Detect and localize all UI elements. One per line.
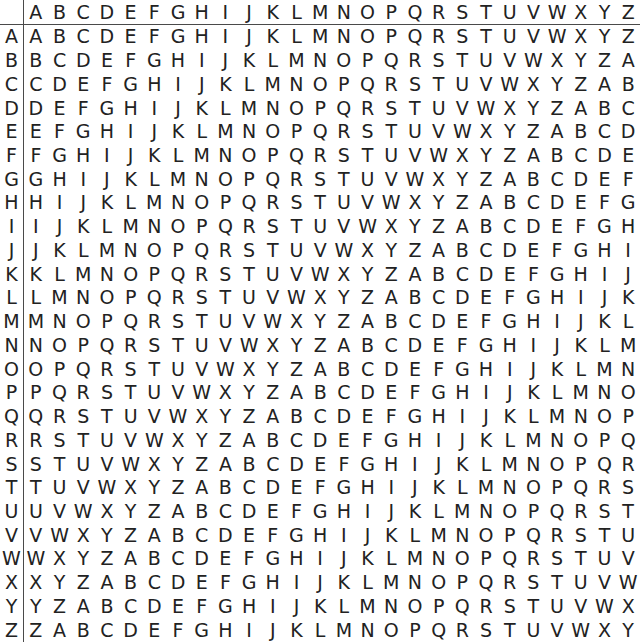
table-cell: O bbox=[308, 72, 332, 96]
table-cell: B bbox=[119, 571, 143, 595]
table-cell: G bbox=[142, 49, 166, 73]
column-header-cell: N bbox=[332, 0, 356, 25]
table-cell: L bbox=[522, 405, 546, 429]
table-cell: Y bbox=[237, 381, 261, 405]
table-cell: E bbox=[522, 239, 546, 263]
table-cell: Y bbox=[427, 191, 451, 215]
table-cell: G bbox=[474, 334, 498, 358]
table-cell: B bbox=[332, 357, 356, 381]
table-cell: M bbox=[142, 191, 166, 215]
table-cell: B bbox=[379, 310, 403, 334]
table-cell: N bbox=[166, 191, 190, 215]
table-cell: U bbox=[356, 167, 380, 191]
table-cell: X bbox=[379, 215, 403, 239]
table-cell: D bbox=[616, 120, 640, 144]
table-cell: F bbox=[379, 405, 403, 429]
tabula-recta-board: ABCDEFGHIJKLMNOPQRSTUVWXYZAABCDEFGHIJKLM… bbox=[0, 0, 640, 642]
table-cell: Q bbox=[545, 500, 569, 524]
table-cell: E bbox=[474, 286, 498, 310]
table-cell: E bbox=[261, 500, 285, 524]
table-cell: V bbox=[71, 476, 95, 500]
table-cell: Z bbox=[71, 571, 95, 595]
table-cell: J bbox=[545, 334, 569, 358]
table-cell: J bbox=[593, 286, 617, 310]
table-cell: Q bbox=[450, 595, 474, 619]
table-cell: A bbox=[332, 334, 356, 358]
table-cell: M bbox=[119, 215, 143, 239]
table-cell: R bbox=[285, 167, 309, 191]
table-cell: K bbox=[166, 120, 190, 144]
table-cell: J bbox=[403, 476, 427, 500]
table-cell: Q bbox=[142, 286, 166, 310]
table-cell: L bbox=[71, 239, 95, 263]
table-cell: V bbox=[24, 523, 48, 547]
table-cell: O bbox=[403, 595, 427, 619]
column-header-cell: C bbox=[71, 0, 95, 25]
table-cell: F bbox=[545, 239, 569, 263]
table-cell: E bbox=[616, 144, 640, 168]
table-cell: D bbox=[166, 571, 190, 595]
table-cell: A bbox=[450, 215, 474, 239]
table-cell: A bbox=[95, 571, 119, 595]
table-cell: C bbox=[450, 262, 474, 286]
table-cell: X bbox=[403, 191, 427, 215]
table-cell: C bbox=[522, 191, 546, 215]
table-cell: N bbox=[593, 381, 617, 405]
table-cell: X bbox=[593, 618, 617, 642]
table-cell: O bbox=[261, 120, 285, 144]
table-cell: C bbox=[427, 286, 451, 310]
column-header-cell: S bbox=[450, 0, 474, 25]
table-cell: N bbox=[308, 49, 332, 73]
table-cell: D bbox=[95, 25, 119, 49]
table-cell: N bbox=[522, 452, 546, 476]
table-cell: F bbox=[285, 500, 309, 524]
table-cell: C bbox=[261, 452, 285, 476]
table-cell: G bbox=[237, 571, 261, 595]
table-cell: X bbox=[569, 25, 593, 49]
table-cell: O bbox=[214, 167, 238, 191]
table-cell: T bbox=[237, 262, 261, 286]
table-cell: W bbox=[48, 523, 72, 547]
table-cell: P bbox=[190, 215, 214, 239]
table-cell: Q bbox=[285, 144, 309, 168]
table-cell: Z bbox=[427, 215, 451, 239]
table-cell: Y bbox=[522, 96, 546, 120]
table-cell: E bbox=[142, 618, 166, 642]
table-cell: N bbox=[119, 239, 143, 263]
table-cell: S bbox=[166, 310, 190, 334]
table-cell: V bbox=[190, 357, 214, 381]
table-cell: B bbox=[142, 547, 166, 571]
table-cell: T bbox=[498, 618, 522, 642]
table-cell: B bbox=[522, 167, 546, 191]
table-cell: B bbox=[285, 405, 309, 429]
table-cell: I bbox=[95, 144, 119, 168]
table-cell: J bbox=[427, 452, 451, 476]
table-cell: H bbox=[545, 286, 569, 310]
column-header-cell: O bbox=[356, 0, 380, 25]
table-cell: G bbox=[356, 452, 380, 476]
table-cell: P bbox=[308, 96, 332, 120]
table-cell: Z bbox=[593, 49, 617, 73]
table-cell: O bbox=[332, 49, 356, 73]
table-cell: D bbox=[522, 215, 546, 239]
table-cell: I bbox=[593, 262, 617, 286]
table-cell: O bbox=[356, 25, 380, 49]
table-cell: X bbox=[48, 547, 72, 571]
table-cell: R bbox=[332, 120, 356, 144]
table-cell: H bbox=[142, 72, 166, 96]
row-header-cell: L bbox=[0, 286, 24, 310]
table-cell: I bbox=[261, 595, 285, 619]
table-cell: T bbox=[616, 500, 640, 524]
table-cell: S bbox=[142, 334, 166, 358]
table-cell: H bbox=[24, 191, 48, 215]
table-cell: A bbox=[356, 310, 380, 334]
table-cell: X bbox=[166, 428, 190, 452]
table-cell: L bbox=[332, 595, 356, 619]
table-cell: F bbox=[71, 96, 95, 120]
table-cell: X bbox=[427, 167, 451, 191]
table-cell: Z bbox=[190, 452, 214, 476]
table-cell: W bbox=[498, 72, 522, 96]
table-cell: T bbox=[214, 286, 238, 310]
table-cell: E bbox=[308, 452, 332, 476]
table-cell: P bbox=[119, 286, 143, 310]
table-cell: W bbox=[379, 191, 403, 215]
table-cell: C bbox=[403, 310, 427, 334]
row-header-cell: M bbox=[0, 310, 24, 334]
table-cell: N bbox=[427, 547, 451, 571]
table-cell: H bbox=[214, 618, 238, 642]
table-cell: Y bbox=[214, 405, 238, 429]
table-cell: T bbox=[593, 523, 617, 547]
column-header-cell: T bbox=[474, 0, 498, 25]
table-cell: H bbox=[285, 547, 309, 571]
table-cell: N bbox=[379, 595, 403, 619]
table-cell: N bbox=[71, 286, 95, 310]
table-cell: K bbox=[498, 405, 522, 429]
table-cell: A bbox=[119, 547, 143, 571]
table-cell: J bbox=[332, 547, 356, 571]
table-cell: E bbox=[427, 334, 451, 358]
table-cell: Y bbox=[569, 49, 593, 73]
table-cell: F bbox=[332, 452, 356, 476]
table-cell: X bbox=[119, 476, 143, 500]
table-cell: L bbox=[498, 428, 522, 452]
column-header-cell: R bbox=[427, 0, 451, 25]
table-cell: W bbox=[71, 500, 95, 524]
table-cell: O bbox=[569, 428, 593, 452]
table-cell: L bbox=[190, 120, 214, 144]
table-cell: M bbox=[24, 310, 48, 334]
table-cell: D bbox=[356, 381, 380, 405]
row-header-cell: N bbox=[0, 334, 24, 358]
table-cell: C bbox=[166, 547, 190, 571]
table-cell: J bbox=[569, 310, 593, 334]
table-cell: M bbox=[48, 286, 72, 310]
table-cell: D bbox=[119, 618, 143, 642]
table-cell: B bbox=[166, 523, 190, 547]
table-cell: T bbox=[522, 595, 546, 619]
table-cell: V bbox=[308, 239, 332, 263]
table-cell: Z bbox=[616, 25, 640, 49]
table-cell: U bbox=[569, 571, 593, 595]
table-cell: A bbox=[474, 191, 498, 215]
table-cell: Z bbox=[95, 547, 119, 571]
table-cell: M bbox=[403, 547, 427, 571]
table-cell: S bbox=[285, 191, 309, 215]
table-cell: I bbox=[616, 239, 640, 263]
table-cell: E bbox=[95, 49, 119, 73]
table-cell: F bbox=[261, 523, 285, 547]
table-cell: M bbox=[522, 428, 546, 452]
table-cell: T bbox=[474, 25, 498, 49]
table-cell: S bbox=[214, 262, 238, 286]
table-cell: A bbox=[48, 618, 72, 642]
table-cell: F bbox=[450, 334, 474, 358]
table-cell: K bbox=[593, 310, 617, 334]
table-cell: D bbox=[403, 334, 427, 358]
row-header-cell: J bbox=[0, 239, 24, 263]
table-cell: R bbox=[214, 239, 238, 263]
table-cell: W bbox=[450, 120, 474, 144]
table-cell: Y bbox=[190, 428, 214, 452]
table-cell: I bbox=[142, 96, 166, 120]
table-cell: M bbox=[569, 381, 593, 405]
table-cell: Q bbox=[474, 571, 498, 595]
table-cell: P bbox=[285, 120, 309, 144]
table-cell: Q bbox=[332, 96, 356, 120]
table-cell: V bbox=[427, 120, 451, 144]
table-cell: T bbox=[95, 405, 119, 429]
table-cell: R bbox=[593, 476, 617, 500]
table-cell: V bbox=[379, 167, 403, 191]
column-header-cell: I bbox=[214, 0, 238, 25]
table-cell: G bbox=[545, 262, 569, 286]
table-cell: N bbox=[24, 334, 48, 358]
table-cell: T bbox=[166, 334, 190, 358]
table-cell: L bbox=[142, 167, 166, 191]
table-cell: U bbox=[214, 310, 238, 334]
table-cell: A bbox=[498, 167, 522, 191]
row-header-cell: Y bbox=[0, 595, 24, 619]
table-cell: I bbox=[119, 120, 143, 144]
table-cell: K bbox=[119, 167, 143, 191]
table-cell: J bbox=[379, 500, 403, 524]
table-cell: U bbox=[450, 72, 474, 96]
table-cell: P bbox=[450, 571, 474, 595]
table-cell: L bbox=[285, 25, 309, 49]
table-cell: E bbox=[356, 405, 380, 429]
table-cell: H bbox=[616, 215, 640, 239]
table-cell: Q bbox=[569, 476, 593, 500]
table-cell: O bbox=[427, 571, 451, 595]
table-cell: L bbox=[616, 310, 640, 334]
table-cell: B bbox=[545, 144, 569, 168]
table-cell: K bbox=[71, 215, 95, 239]
table-cell: X bbox=[142, 452, 166, 476]
table-cell: Z bbox=[261, 381, 285, 405]
table-cell: N bbox=[403, 571, 427, 595]
table-cell: S bbox=[48, 428, 72, 452]
table-cell: S bbox=[379, 96, 403, 120]
table-cell: H bbox=[48, 167, 72, 191]
table-cell: O bbox=[593, 405, 617, 429]
table-cell: S bbox=[119, 357, 143, 381]
table-cell: V bbox=[498, 49, 522, 73]
table-cell: Y bbox=[616, 618, 640, 642]
table-cell: K bbox=[379, 523, 403, 547]
table-cell: N bbox=[261, 96, 285, 120]
table-cell: H bbox=[261, 571, 285, 595]
table-cell: F bbox=[356, 428, 380, 452]
table-cell: A bbox=[285, 381, 309, 405]
table-cell: F bbox=[48, 120, 72, 144]
table-cell: W bbox=[237, 334, 261, 358]
table-cell: P bbox=[166, 239, 190, 263]
table-cell: Q bbox=[48, 381, 72, 405]
table-cell: S bbox=[190, 286, 214, 310]
table-cell: U bbox=[71, 452, 95, 476]
table-cell: V bbox=[95, 452, 119, 476]
table-cell: X bbox=[450, 144, 474, 168]
row-header-cell: V bbox=[0, 523, 24, 547]
table-cell: A bbox=[427, 239, 451, 263]
table-cell: L bbox=[24, 286, 48, 310]
table-cell: O bbox=[498, 500, 522, 524]
table-cell: W bbox=[214, 357, 238, 381]
table-cell: P bbox=[95, 310, 119, 334]
table-cell: W bbox=[285, 286, 309, 310]
table-cell: X bbox=[285, 310, 309, 334]
row-header-cell: Z bbox=[0, 618, 24, 642]
row-header-cell: X bbox=[0, 571, 24, 595]
table-cell: K bbox=[450, 452, 474, 476]
table-cell: U bbox=[285, 239, 309, 263]
table-cell: V bbox=[285, 262, 309, 286]
table-cell: R bbox=[379, 72, 403, 96]
table-cell: G bbox=[48, 144, 72, 168]
table-cell: M bbox=[261, 72, 285, 96]
table-cell: P bbox=[474, 547, 498, 571]
table-cell: K bbox=[403, 500, 427, 524]
table-cell: A bbox=[71, 595, 95, 619]
table-cell: Q bbox=[522, 523, 546, 547]
table-cell: Z bbox=[237, 405, 261, 429]
table-cell: D bbox=[24, 96, 48, 120]
table-cell: H bbox=[119, 96, 143, 120]
table-cell: U bbox=[379, 144, 403, 168]
table-cell: O bbox=[450, 547, 474, 571]
table-cell: A bbox=[214, 452, 238, 476]
table-cell: O bbox=[616, 381, 640, 405]
table-cell: R bbox=[71, 381, 95, 405]
table-cell: V bbox=[545, 618, 569, 642]
table-cell: C bbox=[237, 476, 261, 500]
table-cell: J bbox=[24, 239, 48, 263]
table-cell: S bbox=[356, 120, 380, 144]
table-cell: P bbox=[261, 144, 285, 168]
table-cell: J bbox=[522, 357, 546, 381]
table-cell: M bbox=[427, 523, 451, 547]
table-cell: R bbox=[450, 618, 474, 642]
table-cell: T bbox=[261, 239, 285, 263]
table-cell: I bbox=[214, 25, 238, 49]
table-cell: W bbox=[593, 595, 617, 619]
table-cell: U bbox=[95, 428, 119, 452]
table-cell: A bbox=[616, 49, 640, 73]
table-cell: K bbox=[356, 547, 380, 571]
table-cell: I bbox=[522, 334, 546, 358]
table-cell: L bbox=[95, 215, 119, 239]
table-cell: X bbox=[308, 286, 332, 310]
table-cell: N bbox=[237, 120, 261, 144]
table-cell: Z bbox=[403, 239, 427, 263]
table-cell: G bbox=[166, 25, 190, 49]
table-cell: S bbox=[24, 452, 48, 476]
table-cell: L bbox=[379, 547, 403, 571]
table-cell: C bbox=[308, 405, 332, 429]
table-cell: L bbox=[237, 72, 261, 96]
table-cell: D bbox=[427, 310, 451, 334]
table-cell: J bbox=[285, 595, 309, 619]
column-header-cell: H bbox=[190, 0, 214, 25]
table-cell: N bbox=[356, 618, 380, 642]
table-cell: Z bbox=[450, 191, 474, 215]
table-cell: K bbox=[48, 239, 72, 263]
table-cell: R bbox=[237, 215, 261, 239]
table-cell: H bbox=[332, 500, 356, 524]
table-cell: V bbox=[166, 381, 190, 405]
table-cell: U bbox=[166, 357, 190, 381]
table-cell: Y bbox=[403, 215, 427, 239]
table-cell: R bbox=[190, 262, 214, 286]
table-cell: B bbox=[190, 500, 214, 524]
table-cell: Z bbox=[498, 144, 522, 168]
table-cell: Y bbox=[48, 571, 72, 595]
table-cell: I bbox=[285, 571, 309, 595]
table-cell: O bbox=[522, 476, 546, 500]
table-cell: K bbox=[285, 618, 309, 642]
table-cell: M bbox=[308, 25, 332, 49]
table-cell: L bbox=[593, 334, 617, 358]
table-cell: T bbox=[142, 357, 166, 381]
table-cell: Q bbox=[237, 191, 261, 215]
table-cell: T bbox=[379, 120, 403, 144]
table-cell: V bbox=[332, 215, 356, 239]
table-cell: Y bbox=[498, 120, 522, 144]
table-cell: X bbox=[261, 334, 285, 358]
column-header-cell: F bbox=[142, 0, 166, 25]
table-cell: R bbox=[24, 428, 48, 452]
table-cell: Y bbox=[24, 595, 48, 619]
table-cell: J bbox=[214, 49, 238, 73]
table-cell: I bbox=[48, 191, 72, 215]
table-cell: I bbox=[427, 428, 451, 452]
table-cell: H bbox=[95, 120, 119, 144]
table-cell: T bbox=[308, 191, 332, 215]
table-cell: C bbox=[119, 595, 143, 619]
table-cell: Q bbox=[379, 49, 403, 73]
table-cell: S bbox=[593, 500, 617, 524]
table-cell: I bbox=[308, 547, 332, 571]
table-cell: N bbox=[332, 25, 356, 49]
table-cell: P bbox=[142, 262, 166, 286]
table-cell: P bbox=[593, 428, 617, 452]
table-cell: J bbox=[237, 25, 261, 49]
